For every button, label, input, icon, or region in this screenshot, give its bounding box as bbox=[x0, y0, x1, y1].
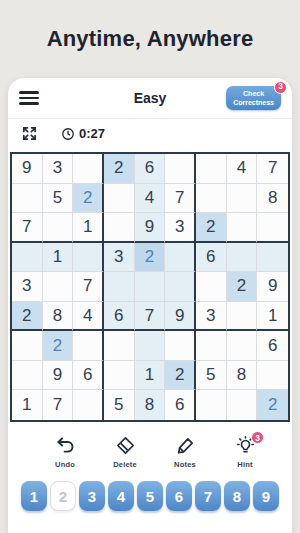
cell-r7c4[interactable] bbox=[104, 331, 135, 361]
status-row: 0:27 bbox=[8, 119, 292, 148]
cell-r3c3[interactable]: 1 bbox=[73, 213, 104, 243]
check-correctness-button[interactable]: Check Correctness 3 bbox=[226, 86, 281, 111]
numpad-key-3[interactable]: 3 bbox=[79, 481, 105, 511]
cell-r3c7[interactable]: 2 bbox=[196, 213, 227, 243]
cell-r7c2[interactable]: 2 bbox=[43, 331, 74, 361]
cell-r1c2[interactable]: 3 bbox=[43, 154, 74, 184]
banner-title: Anytime, Anywhere bbox=[47, 26, 254, 52]
cell-r4c8[interactable] bbox=[227, 243, 258, 273]
cell-r9c4[interactable]: 5 bbox=[104, 390, 135, 420]
cell-r4c1[interactable] bbox=[12, 243, 43, 273]
delete-button[interactable]: Delete bbox=[108, 435, 142, 469]
cell-r5c9[interactable]: 9 bbox=[257, 272, 288, 302]
numpad-key-5[interactable]: 5 bbox=[137, 481, 163, 511]
cell-r5c2[interactable] bbox=[43, 272, 74, 302]
cell-r8c3[interactable]: 6 bbox=[73, 361, 104, 391]
cell-r2c1[interactable] bbox=[12, 184, 43, 214]
cell-r6c4[interactable]: 6 bbox=[104, 302, 135, 332]
number-pad: 123456789 bbox=[8, 481, 292, 511]
cell-r4c6[interactable] bbox=[165, 243, 196, 273]
undo-button[interactable]: Undo bbox=[48, 435, 82, 469]
cell-r6c1[interactable]: 2 bbox=[12, 302, 43, 332]
cell-r9c7[interactable] bbox=[196, 390, 227, 420]
cell-r4c5[interactable]: 2 bbox=[135, 243, 166, 273]
cell-r2c8[interactable] bbox=[227, 184, 258, 214]
numpad-key-4[interactable]: 4 bbox=[108, 481, 134, 511]
cell-r1c9[interactable]: 7 bbox=[257, 154, 288, 184]
cell-r2c5[interactable]: 4 bbox=[135, 184, 166, 214]
cell-r3c6[interactable]: 3 bbox=[165, 213, 196, 243]
hint-button[interactable]: Hint 3 bbox=[228, 435, 262, 469]
cell-r8c2[interactable]: 9 bbox=[43, 361, 74, 391]
cell-r6c2[interactable]: 8 bbox=[43, 302, 74, 332]
notes-button[interactable]: Notes bbox=[168, 435, 202, 469]
cell-r2c6[interactable]: 7 bbox=[165, 184, 196, 214]
cell-r1c6[interactable] bbox=[165, 154, 196, 184]
cell-r3c8[interactable] bbox=[227, 213, 258, 243]
top-banner: Anytime, Anywhere bbox=[0, 0, 300, 78]
cell-r4c4[interactable]: 3 bbox=[104, 243, 135, 273]
cell-r9c5[interactable]: 8 bbox=[135, 390, 166, 420]
cell-r3c2[interactable] bbox=[43, 213, 74, 243]
cell-r1c1[interactable]: 9 bbox=[12, 154, 43, 184]
cell-r6c7[interactable]: 3 bbox=[196, 302, 227, 332]
check-button-line2: Correctness bbox=[233, 98, 274, 107]
cell-r3c9[interactable] bbox=[257, 213, 288, 243]
numpad-key-6[interactable]: 6 bbox=[166, 481, 192, 511]
cell-r2c3[interactable]: 2 bbox=[73, 184, 104, 214]
cell-r9c9[interactable]: 2 bbox=[257, 390, 288, 420]
cell-r5c5[interactable] bbox=[135, 272, 166, 302]
cell-r4c3[interactable] bbox=[73, 243, 104, 273]
cell-r4c9[interactable] bbox=[257, 243, 288, 273]
cell-r3c4[interactable] bbox=[104, 213, 135, 243]
cell-r7c5[interactable] bbox=[135, 331, 166, 361]
cell-r6c8[interactable] bbox=[227, 302, 258, 332]
game-card: Easy Check Correctness 3 0:27 9326475247… bbox=[8, 78, 292, 533]
cell-r3c5[interactable]: 9 bbox=[135, 213, 166, 243]
sudoku-grid: 9326475247871932132637292846793126961258… bbox=[10, 152, 290, 422]
cell-r3c1[interactable]: 7 bbox=[12, 213, 43, 243]
cell-r1c5[interactable]: 6 bbox=[135, 154, 166, 184]
app-header: Easy Check Correctness 3 bbox=[8, 78, 292, 119]
toolbar: Undo Delete Notes Hint 3 bbox=[8, 435, 292, 469]
cell-r7c9[interactable]: 6 bbox=[257, 331, 288, 361]
check-badge: 3 bbox=[274, 81, 287, 94]
eraser-icon bbox=[115, 435, 136, 456]
cell-r8c6[interactable]: 2 bbox=[165, 361, 196, 391]
undo-icon bbox=[55, 435, 76, 456]
cell-r5c1[interactable]: 3 bbox=[12, 272, 43, 302]
cell-r1c3[interactable] bbox=[73, 154, 104, 184]
cell-r6c9[interactable]: 1 bbox=[257, 302, 288, 332]
fullscreen-icon[interactable] bbox=[21, 125, 38, 142]
cell-r8c5[interactable]: 1 bbox=[135, 361, 166, 391]
cell-r8c7[interactable]: 5 bbox=[196, 361, 227, 391]
cell-r5c6[interactable] bbox=[165, 272, 196, 302]
cell-r4c2[interactable]: 1 bbox=[43, 243, 74, 273]
menu-icon[interactable] bbox=[19, 91, 39, 105]
cell-r2c9[interactable]: 8 bbox=[257, 184, 288, 214]
numpad-key-9[interactable]: 9 bbox=[253, 481, 279, 511]
cell-r9c8[interactable] bbox=[227, 390, 258, 420]
cell-r8c8[interactable]: 8 bbox=[227, 361, 258, 391]
cell-r2c7[interactable] bbox=[196, 184, 227, 214]
cell-r1c7[interactable] bbox=[196, 154, 227, 184]
cell-r7c6[interactable] bbox=[165, 331, 196, 361]
pencil-icon bbox=[175, 435, 196, 456]
timer-value: 0:27 bbox=[79, 126, 105, 141]
cell-r5c7[interactable] bbox=[196, 272, 227, 302]
cell-r5c3[interactable]: 7 bbox=[73, 272, 104, 302]
cell-r4c7[interactable]: 6 bbox=[196, 243, 227, 273]
cell-r9c6[interactable]: 6 bbox=[165, 390, 196, 420]
cell-r8c1[interactable] bbox=[12, 361, 43, 391]
cell-r7c1[interactable] bbox=[12, 331, 43, 361]
check-button-line1: Check bbox=[233, 89, 274, 98]
cell-r5c8[interactable]: 2 bbox=[227, 272, 258, 302]
hint-badge: 3 bbox=[251, 431, 264, 444]
hint-label: Hint bbox=[237, 460, 252, 469]
cell-r7c8[interactable] bbox=[227, 331, 258, 361]
cell-r6c5[interactable]: 7 bbox=[135, 302, 166, 332]
cell-r2c4[interactable] bbox=[104, 184, 135, 214]
cell-r9c1[interactable]: 1 bbox=[12, 390, 43, 420]
cell-r9c3[interactable] bbox=[73, 390, 104, 420]
timer-group: 0:27 bbox=[61, 126, 105, 141]
cell-r8c4[interactable] bbox=[104, 361, 135, 391]
cell-r1c4[interactable]: 2 bbox=[104, 154, 135, 184]
delete-label: Delete bbox=[113, 460, 137, 469]
numpad-key-1[interactable]: 1 bbox=[21, 481, 47, 511]
cell-r6c3[interactable]: 4 bbox=[73, 302, 104, 332]
cell-r8c9[interactable] bbox=[257, 361, 288, 391]
cell-r2c2[interactable]: 5 bbox=[43, 184, 74, 214]
cell-r7c7[interactable] bbox=[196, 331, 227, 361]
clock-icon bbox=[61, 127, 75, 141]
numpad-key-7[interactable]: 7 bbox=[195, 481, 221, 511]
cell-r5c4[interactable] bbox=[104, 272, 135, 302]
cell-r6c6[interactable]: 9 bbox=[165, 302, 196, 332]
numpad-key-8[interactable]: 8 bbox=[224, 481, 250, 511]
cell-r1c8[interactable]: 4 bbox=[227, 154, 258, 184]
notes-label: Notes bbox=[174, 460, 196, 469]
cell-r7c3[interactable] bbox=[73, 331, 104, 361]
numpad-key-2: 2 bbox=[50, 481, 76, 511]
undo-label: Undo bbox=[55, 460, 75, 469]
cell-r9c2[interactable]: 7 bbox=[43, 390, 74, 420]
